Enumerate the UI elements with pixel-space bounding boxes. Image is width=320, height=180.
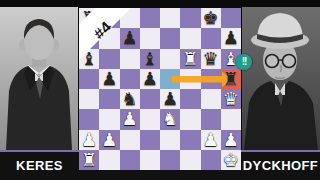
square-h3[interactable]	[221, 109, 241, 129]
square-a4[interactable]	[79, 89, 99, 109]
square-f1[interactable]	[180, 150, 200, 170]
black-pawn: ♟	[162, 90, 178, 108]
square-g6[interactable]: ♛	[201, 49, 221, 69]
black-pawn: ♟	[223, 29, 239, 47]
square-e4[interactable]: ♟	[160, 89, 180, 109]
square-b2[interactable]: ♟	[99, 130, 119, 150]
white-queen: ♛	[223, 90, 239, 108]
square-c5[interactable]	[120, 69, 140, 89]
square-d4[interactable]	[140, 89, 160, 109]
square-d3[interactable]	[140, 109, 160, 129]
thumbnail-stage: #4 ♜♚♟♟♝♝♜♛♝♟♟♜♞♟♛♟♞♟♟♟♟♜♚ !! KERES DYCK…	[0, 0, 320, 180]
player-name-right: DYCKHOFF	[241, 156, 320, 176]
black-bishop: ♝	[142, 50, 158, 68]
square-g7[interactable]	[201, 28, 221, 48]
square-f7[interactable]	[180, 28, 200, 48]
square-h5[interactable]: ♜	[221, 69, 241, 89]
chess-board: #4 ♜♚♟♟♝♝♜♛♝♟♟♜♞♟♛♟♞♟♟♟♟♜♚	[79, 8, 241, 170]
brilliant-move-icon: !!	[236, 54, 252, 70]
square-d1[interactable]	[140, 150, 160, 170]
square-f2[interactable]	[180, 130, 200, 150]
white-pawn: ♟	[81, 131, 97, 149]
square-g3[interactable]	[201, 109, 221, 129]
black-knight: ♞	[122, 90, 138, 108]
square-b5[interactable]: ♟	[99, 69, 119, 89]
white-pawn: ♟	[101, 131, 117, 149]
square-e3[interactable]: ♞	[160, 109, 180, 129]
black-pawn: ♟	[122, 29, 138, 47]
white-pawn: ♟	[203, 131, 219, 149]
square-d8[interactable]	[140, 8, 160, 28]
white-king: ♚	[223, 151, 239, 169]
square-b3[interactable]	[99, 109, 119, 129]
square-a1[interactable]: ♜	[79, 150, 99, 170]
square-b4[interactable]	[99, 89, 119, 109]
square-e5[interactable]	[160, 69, 180, 89]
square-e1[interactable]	[160, 150, 180, 170]
square-h4[interactable]: ♛	[221, 89, 241, 109]
black-rook: ♜	[223, 70, 239, 88]
square-a3[interactable]	[79, 109, 99, 129]
black-pawn: ♟	[142, 70, 158, 88]
square-c7[interactable]: ♟	[120, 28, 140, 48]
square-h7[interactable]: ♟	[221, 28, 241, 48]
square-f6[interactable]: ♜	[180, 49, 200, 69]
black-queen: ♛	[203, 50, 219, 68]
white-knight: ♞	[162, 110, 178, 128]
keres-portrait-illustration	[0, 7, 78, 150]
square-f4[interactable]	[180, 89, 200, 109]
player-name-left: KERES	[0, 156, 79, 176]
square-d6[interactable]: ♝	[140, 49, 160, 69]
square-e6[interactable]	[160, 49, 180, 69]
square-d7[interactable]	[140, 28, 160, 48]
square-f3[interactable]	[180, 109, 200, 129]
square-e8[interactable]	[160, 8, 180, 28]
square-d2[interactable]	[140, 130, 160, 150]
square-c2[interactable]	[120, 130, 140, 150]
square-a5[interactable]	[79, 69, 99, 89]
dyckhoff-portrait-illustration	[242, 7, 320, 150]
square-g4[interactable]	[201, 89, 221, 109]
square-h2[interactable]: ♟	[221, 130, 241, 150]
brilliant-move-label: !!	[242, 56, 247, 67]
square-e2[interactable]	[160, 130, 180, 150]
square-g5[interactable]	[201, 69, 221, 89]
black-king: ♚	[203, 9, 219, 27]
square-c4[interactable]: ♞	[120, 89, 140, 109]
square-g8[interactable]: ♚	[201, 8, 221, 28]
square-c1[interactable]	[120, 150, 140, 170]
square-g1[interactable]	[201, 150, 221, 170]
square-g2[interactable]: ♟	[201, 130, 221, 150]
keres-photo	[0, 7, 78, 150]
square-a2[interactable]: ♟	[79, 130, 99, 150]
black-pawn: ♟	[101, 70, 117, 88]
square-f8[interactable]	[180, 8, 200, 28]
square-d5[interactable]: ♟	[140, 69, 160, 89]
square-e7[interactable]	[160, 28, 180, 48]
square-c6[interactable]	[120, 49, 140, 69]
white-pawn: ♟	[122, 110, 138, 128]
square-f5[interactable]	[180, 69, 200, 89]
white-rook: ♜	[182, 50, 198, 68]
square-h8[interactable]	[221, 8, 241, 28]
square-b6[interactable]	[99, 49, 119, 69]
square-b1[interactable]	[99, 150, 119, 170]
square-c3[interactable]: ♟	[120, 109, 140, 129]
square-h1[interactable]: ♚	[221, 150, 241, 170]
white-rook: ♜	[81, 151, 97, 169]
white-pawn: ♟	[223, 131, 239, 149]
dyckhoff-photo	[242, 7, 320, 150]
